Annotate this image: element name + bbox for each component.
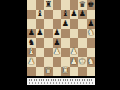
piece-white-pawn[interactable]: ♟	[70, 57, 79, 67]
piece-black-pawn[interactable]: ♟	[36, 29, 45, 39]
piece-black-pawn[interactable]: ♟	[27, 29, 36, 39]
piece-black-pawn[interactable]: ♟	[53, 29, 62, 39]
piece-white-knight[interactable]: ♞	[87, 57, 96, 67]
piece-black-rook[interactable]: ♜	[44, 0, 53, 10]
piece-white-queen[interactable]: ♛	[44, 67, 53, 77]
piece-white-king[interactable]: ♚	[78, 57, 87, 67]
piece-white-pawn[interactable]: ♟	[53, 48, 62, 58]
piece-black-bishop[interactable]: ♝	[36, 10, 45, 20]
page-background: ♜♛♚♝♝♟♟♟♟♟♟♟♞♞♟♝♟♟♟♟♚♞♛♜	[0, 0, 120, 90]
piece-black-bishop[interactable]: ♝	[61, 10, 70, 20]
piece-white-pawn[interactable]: ♟	[27, 57, 36, 67]
piece-black-pawn[interactable]: ♟	[78, 10, 87, 20]
piece-white-bishop[interactable]: ♝	[27, 48, 36, 58]
caption-text-line-1	[29, 79, 93, 81]
piece-white-pawn[interactable]: ♟	[70, 48, 79, 58]
piece-white-rook[interactable]: ♜	[61, 67, 70, 77]
chessboard: ♜♛♚♝♝♟♟♟♟♟♟♟♞♞♟♝♟♟♟♟♚♞♛♜	[27, 0, 95, 76]
piece-black-pawn[interactable]: ♟	[61, 19, 70, 29]
piece-white-knight[interactable]: ♞	[87, 29, 96, 39]
piece-black-king[interactable]: ♚	[87, 0, 96, 10]
caption-bar	[27, 78, 95, 85]
caption-text-line-2	[29, 82, 93, 84]
piece-black-pawn[interactable]: ♟	[70, 10, 79, 20]
board-pieces-layer: ♜♛♚♝♝♟♟♟♟♟♟♟♞♞♟♝♟♟♟♟♚♞♛♜	[27, 0, 95, 76]
